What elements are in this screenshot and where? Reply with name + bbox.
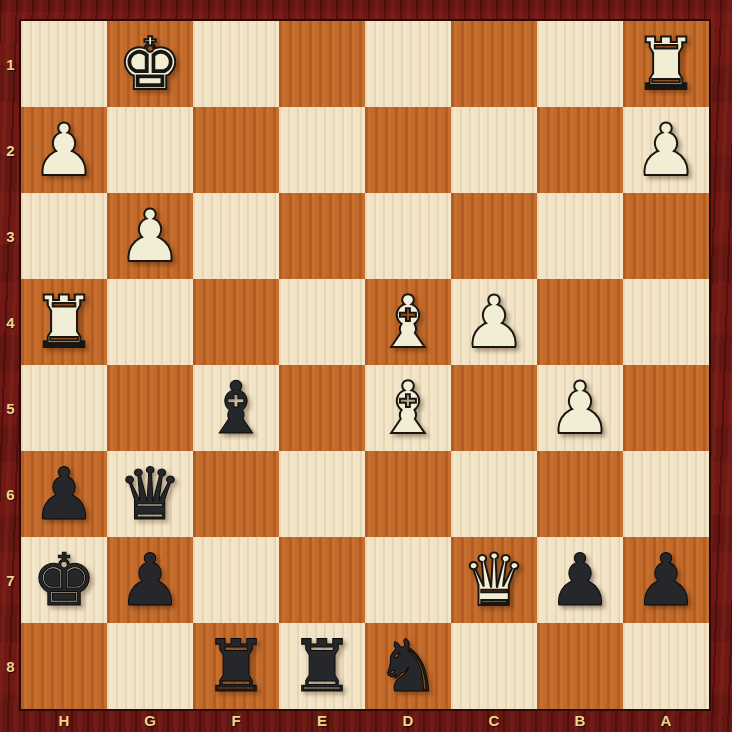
- file-labels: HGFEDCBA: [21, 709, 709, 732]
- square-g6[interactable]: ♛: [107, 451, 193, 537]
- rank-label-6: 6: [0, 451, 21, 537]
- square-e4[interactable]: [279, 279, 365, 365]
- square-a3[interactable]: [623, 193, 709, 279]
- square-d7[interactable]: [365, 537, 451, 623]
- square-a6[interactable]: [623, 451, 709, 537]
- board-frame: 12345678 ♚♜♟♟♟♜♝♟♝♝♟♟♛♚♟♛♟♟♜♜♞ HGFEDCBA: [0, 0, 732, 732]
- square-d6[interactable]: [365, 451, 451, 537]
- square-e8[interactable]: ♜: [279, 623, 365, 709]
- square-g4[interactable]: [107, 279, 193, 365]
- black-rook-e8[interactable]: ♜: [290, 630, 355, 702]
- square-c4[interactable]: ♟: [451, 279, 537, 365]
- white-pawn-c4[interactable]: ♟: [462, 286, 527, 358]
- square-g7[interactable]: ♟: [107, 537, 193, 623]
- square-g2[interactable]: [107, 107, 193, 193]
- square-a2[interactable]: ♟: [623, 107, 709, 193]
- square-d8[interactable]: ♞: [365, 623, 451, 709]
- square-g8[interactable]: [107, 623, 193, 709]
- square-a1[interactable]: ♜: [623, 21, 709, 107]
- square-c6[interactable]: [451, 451, 537, 537]
- square-c2[interactable]: [451, 107, 537, 193]
- square-e1[interactable]: [279, 21, 365, 107]
- board: ♚♜♟♟♟♜♝♟♝♝♟♟♛♚♟♛♟♟♜♜♞: [21, 21, 709, 709]
- file-label-e: E: [279, 709, 365, 732]
- square-a8[interactable]: [623, 623, 709, 709]
- square-h6[interactable]: ♟: [21, 451, 107, 537]
- white-pawn-a2[interactable]: ♟: [634, 114, 699, 186]
- square-e5[interactable]: [279, 365, 365, 451]
- white-king-g1[interactable]: ♚: [118, 28, 183, 100]
- file-label-f: F: [193, 709, 279, 732]
- black-bishop-f5[interactable]: ♝: [204, 372, 269, 444]
- square-e6[interactable]: [279, 451, 365, 537]
- square-d3[interactable]: [365, 193, 451, 279]
- black-king-h7[interactable]: ♚: [32, 544, 97, 616]
- square-b6[interactable]: [537, 451, 623, 537]
- square-b2[interactable]: [537, 107, 623, 193]
- white-queen-c7[interactable]: ♛: [462, 544, 527, 616]
- square-b4[interactable]: [537, 279, 623, 365]
- black-pawn-h6[interactable]: ♟: [32, 458, 97, 530]
- square-b5[interactable]: ♟: [537, 365, 623, 451]
- file-label-d: D: [365, 709, 451, 732]
- rank-label-7: 7: [0, 537, 21, 623]
- square-h7[interactable]: ♚: [21, 537, 107, 623]
- square-f8[interactable]: ♜: [193, 623, 279, 709]
- rank-label-5: 5: [0, 365, 21, 451]
- white-bishop-d4[interactable]: ♝: [376, 286, 441, 358]
- square-f5[interactable]: ♝: [193, 365, 279, 451]
- square-h5[interactable]: [21, 365, 107, 451]
- square-b1[interactable]: [537, 21, 623, 107]
- black-knight-d8[interactable]: ♞: [376, 630, 441, 702]
- rank-label-2: 2: [0, 107, 21, 193]
- square-e2[interactable]: [279, 107, 365, 193]
- square-a4[interactable]: [623, 279, 709, 365]
- square-h2[interactable]: ♟: [21, 107, 107, 193]
- white-rook-h4[interactable]: ♜: [32, 286, 97, 358]
- square-d4[interactable]: ♝: [365, 279, 451, 365]
- square-c7[interactable]: ♛: [451, 537, 537, 623]
- square-b7[interactable]: ♟: [537, 537, 623, 623]
- square-g5[interactable]: [107, 365, 193, 451]
- square-d5[interactable]: ♝: [365, 365, 451, 451]
- square-c8[interactable]: [451, 623, 537, 709]
- file-label-g: G: [107, 709, 193, 732]
- square-a7[interactable]: ♟: [623, 537, 709, 623]
- black-rook-f8[interactable]: ♜: [204, 630, 269, 702]
- square-f7[interactable]: [193, 537, 279, 623]
- square-c1[interactable]: [451, 21, 537, 107]
- square-d2[interactable]: [365, 107, 451, 193]
- rank-label-3: 3: [0, 193, 21, 279]
- white-pawn-b5[interactable]: ♟: [548, 372, 613, 444]
- rank-label-8: 8: [0, 623, 21, 709]
- square-b8[interactable]: [537, 623, 623, 709]
- square-b3[interactable]: [537, 193, 623, 279]
- rank-label-4: 4: [0, 279, 21, 365]
- square-e7[interactable]: [279, 537, 365, 623]
- file-label-b: B: [537, 709, 623, 732]
- square-h4[interactable]: ♜: [21, 279, 107, 365]
- black-pawn-g7[interactable]: ♟: [118, 544, 183, 616]
- file-label-h: H: [21, 709, 107, 732]
- square-f2[interactable]: [193, 107, 279, 193]
- square-c3[interactable]: [451, 193, 537, 279]
- square-h8[interactable]: [21, 623, 107, 709]
- black-pawn-b7[interactable]: ♟: [548, 544, 613, 616]
- white-bishop-d5[interactable]: ♝: [376, 372, 441, 444]
- white-pawn-h2[interactable]: ♟: [32, 114, 97, 186]
- square-g3[interactable]: ♟: [107, 193, 193, 279]
- black-queen-g6[interactable]: ♛: [118, 458, 183, 530]
- white-pawn-g3[interactable]: ♟: [118, 200, 183, 272]
- rank-labels: 12345678: [0, 21, 21, 709]
- square-d1[interactable]: [365, 21, 451, 107]
- square-c5[interactable]: [451, 365, 537, 451]
- square-h1[interactable]: [21, 21, 107, 107]
- square-f4[interactable]: [193, 279, 279, 365]
- white-rook-a1[interactable]: ♜: [634, 28, 699, 100]
- rank-label-1: 1: [0, 21, 21, 107]
- black-pawn-a7[interactable]: ♟: [634, 544, 699, 616]
- square-a5[interactable]: [623, 365, 709, 451]
- square-g1[interactable]: ♚: [107, 21, 193, 107]
- square-e3[interactable]: [279, 193, 365, 279]
- file-label-a: A: [623, 709, 709, 732]
- square-h3[interactable]: [21, 193, 107, 279]
- square-f3[interactable]: [193, 193, 279, 279]
- square-f1[interactable]: [193, 21, 279, 107]
- file-label-c: C: [451, 709, 537, 732]
- square-f6[interactable]: [193, 451, 279, 537]
